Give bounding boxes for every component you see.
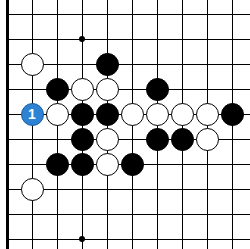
- intersection-c5-r3[interactable]: [120, 77, 145, 102]
- intersection-c9-r6[interactable]: [220, 152, 245, 177]
- black-stone: [96, 53, 119, 76]
- intersection-c7-r1[interactable]: [170, 27, 195, 52]
- white-stone: [46, 103, 69, 126]
- intersection-c9-r1[interactable]: [220, 27, 245, 52]
- white-stone: [146, 103, 169, 126]
- intersection-c4-r4[interactable]: [95, 102, 120, 127]
- intersection-c8-r8[interactable]: [195, 202, 220, 227]
- intersection-c2-r5[interactable]: [45, 127, 70, 152]
- board-intersections: 1: [0, 2, 245, 249]
- intersection-c6-r6[interactable]: [145, 152, 170, 177]
- intersection-c9-r7[interactable]: [220, 177, 245, 202]
- intersection-c3-r4[interactable]: [70, 102, 95, 127]
- intersection-c2-r4[interactable]: [45, 102, 70, 127]
- intersection-c8-r4[interactable]: [195, 102, 220, 127]
- intersection-c9-r9[interactable]: [220, 227, 245, 249]
- intersection-c3-r9[interactable]: [70, 227, 95, 249]
- white-stone: [96, 128, 119, 151]
- intersection-c0-r2[interactable]: [0, 52, 20, 77]
- intersection-c9-r5[interactable]: [220, 127, 245, 152]
- intersection-c2-r0[interactable]: [45, 2, 70, 27]
- intersection-c3-r0[interactable]: [70, 2, 95, 27]
- intersection-c8-r7[interactable]: [195, 177, 220, 202]
- intersection-c3-r1[interactable]: [70, 27, 95, 52]
- intersection-c6-r0[interactable]: [145, 2, 170, 27]
- intersection-c6-r2[interactable]: [145, 52, 170, 77]
- white-stone: [96, 153, 119, 176]
- intersection-c9-r3[interactable]: [220, 77, 245, 102]
- intersection-c0-r9[interactable]: [0, 227, 20, 249]
- intersection-c0-r0[interactable]: [0, 2, 20, 27]
- intersection-c6-r8[interactable]: [145, 202, 170, 227]
- intersection-c5-r5[interactable]: [120, 127, 145, 152]
- intersection-c6-r5[interactable]: [145, 127, 170, 152]
- intersection-c9-r2[interactable]: [220, 52, 245, 77]
- intersection-c0-r8[interactable]: [0, 202, 20, 227]
- intersection-c4-r3[interactable]: [95, 77, 120, 102]
- intersection-c1-r4[interactable]: 1: [20, 102, 45, 127]
- intersection-c3-r6[interactable]: [70, 152, 95, 177]
- intersection-c7-r7[interactable]: [170, 177, 195, 202]
- star-point: [79, 236, 85, 242]
- intersection-c4-r7[interactable]: [95, 177, 120, 202]
- black-stone: [71, 128, 94, 151]
- intersection-c3-r3[interactable]: [70, 77, 95, 102]
- intersection-c2-r1[interactable]: [45, 27, 70, 52]
- intersection-c0-r4[interactable]: [0, 102, 20, 127]
- intersection-c1-r0[interactable]: [20, 2, 45, 27]
- intersection-c4-r5[interactable]: [95, 127, 120, 152]
- intersection-c1-r2[interactable]: [20, 52, 45, 77]
- intersection-c6-r4[interactable]: [145, 102, 170, 127]
- intersection-c1-r6[interactable]: [20, 152, 45, 177]
- intersection-c6-r1[interactable]: [145, 27, 170, 52]
- intersection-c5-r6[interactable]: [120, 152, 145, 177]
- intersection-c8-r9[interactable]: [195, 227, 220, 249]
- intersection-c3-r5[interactable]: [70, 127, 95, 152]
- intersection-c2-r3[interactable]: [45, 77, 70, 102]
- intersection-c7-r8[interactable]: [170, 202, 195, 227]
- white-stone: [121, 103, 144, 126]
- intersection-c7-r5[interactable]: [170, 127, 195, 152]
- intersection-c2-r9[interactable]: [45, 227, 70, 249]
- move-1-stone: 1: [21, 103, 44, 126]
- intersection-c2-r2[interactable]: [45, 52, 70, 77]
- intersection-c7-r6[interactable]: [170, 152, 195, 177]
- intersection-c3-r2[interactable]: [70, 52, 95, 77]
- intersection-c5-r9[interactable]: [120, 227, 145, 249]
- intersection-c0-r1[interactable]: [0, 27, 20, 52]
- intersection-c1-r7[interactable]: [20, 177, 45, 202]
- intersection-c7-r0[interactable]: [170, 2, 195, 27]
- intersection-c1-r8[interactable]: [20, 202, 45, 227]
- intersection-c9-r0[interactable]: [220, 2, 245, 27]
- intersection-c7-r2[interactable]: [170, 52, 195, 77]
- intersection-c8-r1[interactable]: [195, 27, 220, 52]
- intersection-c9-r4[interactable]: [220, 102, 245, 127]
- intersection-c1-r5[interactable]: [20, 127, 45, 152]
- intersection-c4-r8[interactable]: [95, 202, 120, 227]
- intersection-c4-r2[interactable]: [95, 52, 120, 77]
- white-stone: [196, 128, 219, 151]
- intersection-c4-r9[interactable]: [95, 227, 120, 249]
- intersection-c0-r7[interactable]: [0, 177, 20, 202]
- intersection-c8-r3[interactable]: [195, 77, 220, 102]
- intersection-c5-r8[interactable]: [120, 202, 145, 227]
- intersection-c8-r2[interactable]: [195, 52, 220, 77]
- intersection-c7-r9[interactable]: [170, 227, 195, 249]
- intersection-c6-r7[interactable]: [145, 177, 170, 202]
- intersection-c6-r9[interactable]: [145, 227, 170, 249]
- intersection-c8-r5[interactable]: [195, 127, 220, 152]
- intersection-c8-r6[interactable]: [195, 152, 220, 177]
- go-board: 1: [0, 0, 250, 249]
- black-stone: [146, 128, 169, 151]
- white-stone: [171, 103, 194, 126]
- black-stone: [146, 78, 169, 101]
- intersection-c0-r6[interactable]: [0, 152, 20, 177]
- black-stone: [171, 128, 194, 151]
- intersection-c4-r6[interactable]: [95, 152, 120, 177]
- black-stone: [71, 153, 94, 176]
- intersection-c5-r4[interactable]: [120, 102, 145, 127]
- black-stone: [46, 153, 69, 176]
- intersection-c1-r9[interactable]: [20, 227, 45, 249]
- intersection-c3-r7[interactable]: [70, 177, 95, 202]
- white-stone: [96, 78, 119, 101]
- white-stone: [21, 53, 44, 76]
- white-stone: [71, 78, 94, 101]
- intersection-c7-r3[interactable]: [170, 77, 195, 102]
- intersection-c9-r8[interactable]: [220, 202, 245, 227]
- intersection-c5-r1[interactable]: [120, 27, 145, 52]
- intersection-c8-r0[interactable]: [195, 2, 220, 27]
- intersection-c1-r1[interactable]: [20, 27, 45, 52]
- white-stone: [196, 103, 219, 126]
- intersection-c4-r0[interactable]: [95, 2, 120, 27]
- intersection-c0-r3[interactable]: [0, 77, 20, 102]
- intersection-c6-r3[interactable]: [145, 77, 170, 102]
- black-stone: [46, 78, 69, 101]
- black-stone: [121, 153, 144, 176]
- intersection-c1-r3[interactable]: [20, 77, 45, 102]
- intersection-c5-r2[interactable]: [120, 52, 145, 77]
- intersection-c7-r4[interactable]: [170, 102, 195, 127]
- black-stone: [71, 103, 94, 126]
- star-point: [79, 36, 85, 42]
- intersection-c2-r8[interactable]: [45, 202, 70, 227]
- intersection-c2-r6[interactable]: [45, 152, 70, 177]
- black-stone: [221, 103, 244, 126]
- intersection-c0-r5[interactable]: [0, 127, 20, 152]
- intersection-c3-r8[interactable]: [70, 202, 95, 227]
- intersection-c2-r7[interactable]: [45, 177, 70, 202]
- intersection-c5-r7[interactable]: [120, 177, 145, 202]
- black-stone: [96, 103, 119, 126]
- white-stone: [21, 178, 44, 201]
- intersection-c5-r0[interactable]: [120, 2, 145, 27]
- intersection-c4-r1[interactable]: [95, 27, 120, 52]
